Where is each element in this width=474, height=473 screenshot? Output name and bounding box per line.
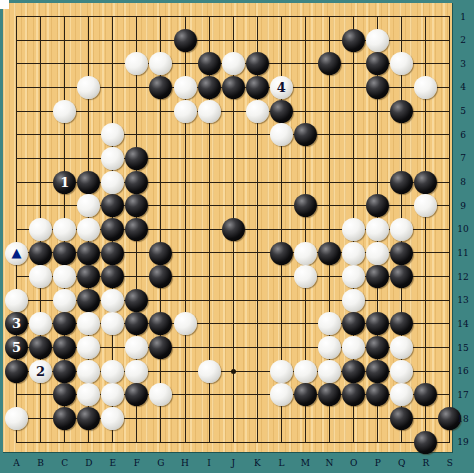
black-stone-C8[interactable]: 1 (53, 171, 76, 194)
white-stone-N15[interactable] (318, 336, 341, 359)
white-stone-P2[interactable] (366, 29, 389, 52)
white-stone-O10[interactable] (342, 218, 365, 241)
black-stone-K4[interactable] (246, 76, 269, 99)
column-label-O: O (346, 457, 362, 469)
column-label-S: S (442, 457, 458, 469)
white-stone-Q16[interactable] (390, 360, 413, 383)
black-stone-E10[interactable] (101, 218, 124, 241)
move-number-label: 5 (12, 341, 21, 354)
white-stone-P11[interactable] (366, 242, 389, 265)
row-label-2: 2 (455, 34, 471, 46)
column-label-M: M (297, 457, 313, 469)
black-stone-F8[interactable] (125, 171, 148, 194)
row-label-8: 8 (455, 176, 471, 188)
column-label-H: H (177, 457, 193, 469)
black-stone-R8[interactable] (414, 171, 437, 194)
white-stone-D10[interactable] (77, 218, 100, 241)
go-board[interactable]: 41▲352 (3, 3, 453, 453)
white-stone-A13[interactable] (5, 289, 28, 312)
white-stone-B10[interactable] (29, 218, 52, 241)
column-label-F: F (129, 457, 145, 469)
white-stone-H14[interactable] (174, 312, 197, 335)
white-stone-A11[interactable]: ▲ (5, 242, 28, 265)
row-label-11: 11 (455, 247, 471, 259)
move-number-label: 4 (277, 81, 286, 94)
column-label-Q: Q (394, 457, 410, 469)
column-label-G: G (153, 457, 169, 469)
black-stone-D8[interactable] (77, 171, 100, 194)
white-stone-M11[interactable] (294, 242, 317, 265)
white-stone-C10[interactable] (53, 218, 76, 241)
row-label-10: 10 (455, 223, 471, 235)
black-stone-O2[interactable] (342, 29, 365, 52)
black-stone-D13[interactable] (77, 289, 100, 312)
black-stone-P4[interactable] (366, 76, 389, 99)
column-label-L: L (273, 457, 289, 469)
row-label-19: 19 (455, 436, 471, 448)
black-stone-Q5[interactable] (390, 100, 413, 123)
row-label-5: 5 (455, 105, 471, 117)
column-label-E: E (105, 457, 121, 469)
black-stone-L11[interactable] (270, 242, 293, 265)
black-stone-I3[interactable] (198, 52, 221, 75)
black-stone-C11[interactable] (53, 242, 76, 265)
black-stone-G11[interactable] (149, 242, 172, 265)
white-stone-L4[interactable]: 4 (270, 76, 293, 99)
column-label-K: K (249, 457, 265, 469)
column-label-D: D (81, 457, 97, 469)
black-stone-N11[interactable] (318, 242, 341, 265)
white-stone-B16[interactable]: 2 (29, 360, 52, 383)
row-label-18: 18 (455, 413, 471, 425)
black-stone-L5[interactable] (270, 100, 293, 123)
window-corner-handle (0, 0, 9, 9)
row-label-3: 3 (455, 58, 471, 70)
black-stone-Q11[interactable] (390, 242, 413, 265)
row-label-17: 17 (455, 389, 471, 401)
white-stone-Q10[interactable] (390, 218, 413, 241)
white-stone-D16[interactable] (77, 360, 100, 383)
white-stone-M16[interactable] (294, 360, 317, 383)
column-label-N: N (322, 457, 338, 469)
row-label-15: 15 (455, 342, 471, 354)
row-label-6: 6 (455, 129, 471, 141)
black-stone-B11[interactable] (29, 242, 52, 265)
white-stone-C5[interactable] (53, 100, 76, 123)
white-stone-L16[interactable] (270, 360, 293, 383)
black-stone-Q8[interactable] (390, 171, 413, 194)
column-label-R: R (418, 457, 434, 469)
black-stone-H2[interactable] (174, 29, 197, 52)
column-label-J: J (225, 457, 241, 469)
black-stone-A15[interactable]: 5 (5, 336, 28, 359)
white-stone-E13[interactable] (101, 289, 124, 312)
row-label-16: 16 (455, 365, 471, 377)
white-stone-E8[interactable] (101, 171, 124, 194)
white-stone-K5[interactable] (246, 100, 269, 123)
black-stone-D11[interactable] (77, 242, 100, 265)
black-stone-K3[interactable] (246, 52, 269, 75)
white-stone-P10[interactable] (366, 218, 389, 241)
column-label-B: B (33, 457, 49, 469)
white-stone-E16[interactable] (101, 360, 124, 383)
black-stone-P16[interactable] (366, 360, 389, 383)
move-number-label: 3 (12, 317, 21, 330)
white-stone-F16[interactable] (125, 360, 148, 383)
black-stone-J10[interactable] (222, 218, 245, 241)
white-stone-J3[interactable] (222, 52, 245, 75)
white-stone-L6[interactable] (270, 123, 293, 146)
white-stone-O13[interactable] (342, 289, 365, 312)
go-app-window: 41▲352 ABCDEFGHIJKLMNOPQRS 1234567891011… (0, 0, 474, 473)
row-label-12: 12 (455, 271, 471, 283)
black-stone-O16[interactable] (342, 360, 365, 383)
white-stone-I16[interactable] (198, 360, 221, 383)
black-stone-A16[interactable] (5, 360, 28, 383)
black-stone-I4[interactable] (198, 76, 221, 99)
column-label-I: I (201, 457, 217, 469)
white-stone-H5[interactable] (174, 100, 197, 123)
white-stone-N16[interactable] (318, 360, 341, 383)
column-label-A: A (9, 457, 25, 469)
black-stone-M9[interactable] (294, 194, 317, 217)
move-number-label: 1 (60, 176, 69, 189)
black-stone-J4[interactable] (222, 76, 245, 99)
black-stone-E11[interactable] (101, 242, 124, 265)
white-stone-H4[interactable] (174, 76, 197, 99)
row-label-14: 14 (455, 318, 471, 330)
column-label-C: C (57, 457, 73, 469)
white-stone-C13[interactable] (53, 289, 76, 312)
row-label-1: 1 (455, 11, 471, 23)
triangle-marker-icon: ▲ (12, 246, 22, 259)
white-stone-O11[interactable] (342, 242, 365, 265)
white-stone-I5[interactable] (198, 100, 221, 123)
move-number-label: 2 (36, 365, 45, 378)
white-stone-M12[interactable] (294, 265, 317, 288)
row-label-4: 4 (455, 81, 471, 93)
column-label-P: P (370, 457, 386, 469)
row-label-7: 7 (455, 152, 471, 164)
black-stone-C16[interactable] (53, 360, 76, 383)
row-label-13: 13 (455, 294, 471, 306)
white-stone-A18[interactable] (5, 407, 28, 430)
black-stone-R19[interactable] (414, 431, 437, 454)
row-label-9: 9 (455, 200, 471, 212)
